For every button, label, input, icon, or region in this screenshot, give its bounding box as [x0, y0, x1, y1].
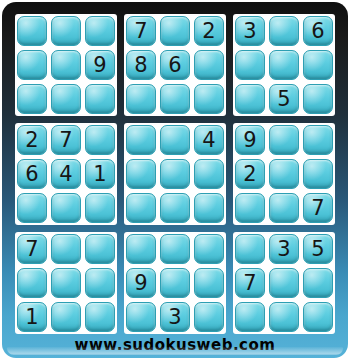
cell-r9c9[interactable] [303, 302, 333, 332]
box-r2c1: 27641 [15, 123, 117, 225]
cell-r9c5[interactable]: 3 [160, 302, 190, 332]
cell-r3c1[interactable] [17, 84, 47, 114]
cell-r9c2[interactable] [51, 302, 81, 332]
cell-r9c1[interactable]: 1 [17, 302, 47, 332]
box-r1c2: 7286 [124, 14, 226, 116]
cell-r9c7[interactable] [235, 302, 265, 332]
cell-r8c3[interactable] [85, 268, 115, 298]
cell-r9c4[interactable] [126, 302, 156, 332]
cell-r7c3[interactable] [85, 234, 115, 264]
cell-r3c8[interactable]: 5 [269, 84, 299, 114]
cell-r6c6[interactable] [194, 193, 224, 223]
cell-r9c3[interactable] [85, 302, 115, 332]
board-frame: 972863652764149277193357 www.sudokusweb.… [2, 2, 348, 358]
cell-r2c9[interactable] [303, 50, 333, 80]
box-r2c2: 4 [124, 123, 226, 225]
cell-r5c6[interactable] [194, 159, 224, 189]
cell-r8c4[interactable]: 9 [126, 268, 156, 298]
cell-r6c3[interactable] [85, 193, 115, 223]
cell-r1c7[interactable]: 3 [235, 16, 265, 46]
cell-r1c6[interactable]: 2 [194, 16, 224, 46]
cell-r7c7[interactable] [235, 234, 265, 264]
cell-r7c8[interactable]: 3 [269, 234, 299, 264]
cell-r3c6[interactable] [194, 84, 224, 114]
cell-r6c7[interactable] [235, 193, 265, 223]
cell-r2c7[interactable] [235, 50, 265, 80]
cell-r8c8[interactable] [269, 268, 299, 298]
cell-r3c9[interactable] [303, 84, 333, 114]
cell-r3c4[interactable] [126, 84, 156, 114]
cell-r8c1[interactable] [17, 268, 47, 298]
cell-r4c4[interactable] [126, 125, 156, 155]
box-r2c3: 927 [233, 123, 335, 225]
cell-r6c2[interactable] [51, 193, 81, 223]
cell-r4c8[interactable] [269, 125, 299, 155]
footer-band: www.sudokusweb.com [2, 334, 348, 355]
cell-r4c1[interactable]: 2 [17, 125, 47, 155]
cell-r6c4[interactable] [126, 193, 156, 223]
cell-r9c6[interactable] [194, 302, 224, 332]
box-r1c3: 365 [233, 14, 335, 116]
cell-r5c5[interactable] [160, 159, 190, 189]
cell-r3c2[interactable] [51, 84, 81, 114]
cell-r8c7[interactable]: 7 [235, 268, 265, 298]
cell-r4c6[interactable]: 4 [194, 125, 224, 155]
cell-r5c9[interactable] [303, 159, 333, 189]
cell-r6c5[interactable] [160, 193, 190, 223]
cell-r3c7[interactable] [235, 84, 265, 114]
cell-r9c8[interactable] [269, 302, 299, 332]
cell-r1c9[interactable]: 6 [303, 16, 333, 46]
cell-r5c2[interactable]: 4 [51, 159, 81, 189]
cell-r8c2[interactable] [51, 268, 81, 298]
site-url-link[interactable]: www.sudokusweb.com [75, 336, 276, 354]
cell-r2c8[interactable] [269, 50, 299, 80]
cell-r1c3[interactable] [85, 16, 115, 46]
cell-r6c1[interactable] [17, 193, 47, 223]
cell-r7c1[interactable]: 7 [17, 234, 47, 264]
sudoku-board: 972863652764149277193357 [15, 14, 335, 334]
cell-r1c4[interactable]: 7 [126, 16, 156, 46]
cell-r4c7[interactable]: 9 [235, 125, 265, 155]
cell-r6c9[interactable]: 7 [303, 193, 333, 223]
cell-r2c1[interactable] [17, 50, 47, 80]
cell-r8c5[interactable] [160, 268, 190, 298]
cell-r5c3[interactable]: 1 [85, 159, 115, 189]
box-r3c1: 71 [15, 232, 117, 334]
sudoku-widget: 972863652764149277193357 www.sudokusweb.… [0, 0, 350, 360]
cell-r1c2[interactable] [51, 16, 81, 46]
cell-r7c2[interactable] [51, 234, 81, 264]
cell-r5c4[interactable] [126, 159, 156, 189]
cell-r2c2[interactable] [51, 50, 81, 80]
box-r3c2: 93 [124, 232, 226, 334]
cell-r2c6[interactable] [194, 50, 224, 80]
cell-r8c9[interactable] [303, 268, 333, 298]
cell-r2c3[interactable]: 9 [85, 50, 115, 80]
box-r1c1: 9 [15, 14, 117, 116]
cell-r1c5[interactable] [160, 16, 190, 46]
cell-r5c1[interactable]: 6 [17, 159, 47, 189]
cell-r3c5[interactable] [160, 84, 190, 114]
cell-r4c3[interactable] [85, 125, 115, 155]
cell-r7c6[interactable] [194, 234, 224, 264]
cell-r6c8[interactable] [269, 193, 299, 223]
cell-r2c4[interactable]: 8 [126, 50, 156, 80]
cell-r3c3[interactable] [85, 84, 115, 114]
box-r3c3: 357 [233, 232, 335, 334]
cell-r4c5[interactable] [160, 125, 190, 155]
cell-r8c6[interactable] [194, 268, 224, 298]
cell-r4c2[interactable]: 7 [51, 125, 81, 155]
cell-r7c9[interactable]: 5 [303, 234, 333, 264]
cell-r5c8[interactable] [269, 159, 299, 189]
cell-r1c1[interactable] [17, 16, 47, 46]
cell-r5c7[interactable]: 2 [235, 159, 265, 189]
cell-r4c9[interactable] [303, 125, 333, 155]
cell-r1c8[interactable] [269, 16, 299, 46]
cell-r2c5[interactable]: 6 [160, 50, 190, 80]
cell-r7c4[interactable] [126, 234, 156, 264]
cell-r7c5[interactable] [160, 234, 190, 264]
